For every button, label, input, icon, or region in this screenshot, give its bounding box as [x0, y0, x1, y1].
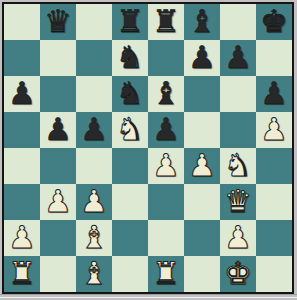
black-king-h8: ♚	[260, 4, 288, 39]
square-e2[interactable]	[148, 220, 184, 256]
square-c7[interactable]	[76, 40, 112, 76]
square-c6[interactable]	[76, 76, 112, 112]
white-pawn-g2: ♟	[224, 220, 252, 255]
black-rook-e8: ♜	[152, 4, 180, 39]
square-f7[interactable]: ♟	[184, 40, 220, 76]
square-g3[interactable]: ♛	[220, 184, 256, 220]
square-f6[interactable]	[184, 76, 220, 112]
square-b8[interactable]: ♛	[40, 4, 76, 40]
square-b1[interactable]	[40, 256, 76, 292]
square-e7[interactable]	[148, 40, 184, 76]
board-frame: ♛♜♜♝♚♞♟♟♟♞♝♟♟♟♞♟♟♟♟♞♟♟♛♟♝♟♜♝♜♚	[2, 2, 294, 294]
square-a4[interactable]	[4, 148, 40, 184]
square-a7[interactable]	[4, 40, 40, 76]
white-pawn-c3: ♟	[80, 184, 108, 219]
white-queen-g3: ♛	[224, 184, 252, 219]
square-f5[interactable]	[184, 112, 220, 148]
square-b2[interactable]	[40, 220, 76, 256]
square-d2[interactable]	[112, 220, 148, 256]
black-knight-d6: ♞	[116, 76, 144, 111]
black-pawn-f7: ♟	[188, 40, 216, 75]
square-a8[interactable]	[4, 4, 40, 40]
square-d4[interactable]	[112, 148, 148, 184]
black-pawn-e5: ♟	[152, 112, 180, 147]
square-h7[interactable]	[256, 40, 292, 76]
black-rook-d8: ♜	[116, 4, 144, 39]
square-e1[interactable]: ♜	[148, 256, 184, 292]
white-pawn-e4: ♟	[152, 148, 180, 183]
square-h8[interactable]: ♚	[256, 4, 292, 40]
square-e4[interactable]: ♟	[148, 148, 184, 184]
square-c4[interactable]	[76, 148, 112, 184]
square-h6[interactable]: ♟	[256, 76, 292, 112]
square-f2[interactable]	[184, 220, 220, 256]
square-b4[interactable]	[40, 148, 76, 184]
square-d5[interactable]: ♞	[112, 112, 148, 148]
black-bishop-f8: ♝	[188, 4, 216, 39]
black-pawn-g7: ♟	[224, 40, 252, 75]
square-d7[interactable]: ♞	[112, 40, 148, 76]
square-e8[interactable]: ♜	[148, 4, 184, 40]
square-g8[interactable]	[220, 4, 256, 40]
square-h3[interactable]	[256, 184, 292, 220]
white-rook-e1: ♜	[152, 256, 180, 291]
square-b7[interactable]	[40, 40, 76, 76]
square-g6[interactable]	[220, 76, 256, 112]
square-e5[interactable]: ♟	[148, 112, 184, 148]
chess-board: ♛♜♜♝♚♞♟♟♟♞♝♟♟♟♞♟♟♟♟♞♟♟♛♟♝♟♜♝♜♚	[4, 4, 292, 292]
square-a5[interactable]	[4, 112, 40, 148]
black-pawn-b5: ♟	[44, 112, 72, 147]
white-king-g1: ♚	[224, 256, 252, 291]
square-g2[interactable]: ♟	[220, 220, 256, 256]
square-g4[interactable]: ♞	[220, 148, 256, 184]
square-h4[interactable]	[256, 148, 292, 184]
square-c5[interactable]: ♟	[76, 112, 112, 148]
square-c1[interactable]: ♝	[76, 256, 112, 292]
square-h2[interactable]	[256, 220, 292, 256]
black-knight-d7: ♞	[116, 40, 144, 75]
square-f8[interactable]: ♝	[184, 4, 220, 40]
white-pawn-a2: ♟	[8, 220, 36, 255]
white-knight-g4: ♞	[224, 148, 252, 183]
black-queen-b8: ♛	[44, 4, 72, 39]
white-pawn-b3: ♟	[44, 184, 72, 219]
white-pawn-f4: ♟	[188, 148, 216, 183]
square-c3[interactable]: ♟	[76, 184, 112, 220]
white-bishop-c1: ♝	[80, 256, 108, 291]
square-e3[interactable]	[148, 184, 184, 220]
square-g5[interactable]	[220, 112, 256, 148]
square-h1[interactable]	[256, 256, 292, 292]
white-pawn-h5: ♟	[260, 112, 288, 147]
square-c2[interactable]: ♝	[76, 220, 112, 256]
square-h5[interactable]: ♟	[256, 112, 292, 148]
board-bevel-shadow	[0, 294, 297, 295]
square-b5[interactable]: ♟	[40, 112, 76, 148]
square-a3[interactable]	[4, 184, 40, 220]
square-a2[interactable]: ♟	[4, 220, 40, 256]
square-d3[interactable]	[112, 184, 148, 220]
square-b6[interactable]	[40, 76, 76, 112]
black-pawn-c5: ♟	[80, 112, 108, 147]
square-f1[interactable]	[184, 256, 220, 292]
black-pawn-h6: ♟	[260, 76, 288, 111]
square-b3[interactable]: ♟	[40, 184, 76, 220]
black-bishop-e6: ♝	[152, 76, 180, 111]
square-d6[interactable]: ♞	[112, 76, 148, 112]
square-c8[interactable]	[76, 4, 112, 40]
square-e6[interactable]: ♝	[148, 76, 184, 112]
black-pawn-a6: ♟	[8, 76, 36, 111]
square-g7[interactable]: ♟	[220, 40, 256, 76]
square-d8[interactable]: ♜	[112, 4, 148, 40]
square-a6[interactable]: ♟	[4, 76, 40, 112]
white-knight-d5: ♞	[116, 112, 144, 147]
square-a1[interactable]: ♜	[4, 256, 40, 292]
board-bevel-highlight	[0, 297, 297, 298]
chess-diagram: ♛♜♜♝♚♞♟♟♟♞♝♟♟♟♞♟♟♟♟♞♟♟♛♟♝♟♜♝♜♚	[0, 0, 297, 300]
square-f4[interactable]: ♟	[184, 148, 220, 184]
square-f3[interactable]	[184, 184, 220, 220]
white-bishop-c2: ♝	[80, 220, 108, 255]
white-rook-a1: ♜	[8, 256, 36, 291]
square-g1[interactable]: ♚	[220, 256, 256, 292]
square-d1[interactable]	[112, 256, 148, 292]
